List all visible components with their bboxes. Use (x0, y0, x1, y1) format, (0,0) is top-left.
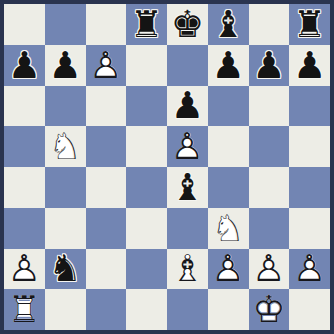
piece-black-pawn-g7[interactable]: ♟ (249, 45, 290, 86)
piece-white-pawn-g2[interactable]: ♟♙ (249, 249, 290, 290)
piece-white-knight-f3[interactable]: ♞♘ (208, 208, 249, 249)
white-pawn-outline-icon: ♙ (167, 126, 208, 167)
white-pawn-outline-icon: ♙ (289, 249, 330, 290)
square-a6[interactable] (4, 86, 45, 127)
square-g2[interactable]: ♟♙ (249, 249, 290, 290)
square-e6[interactable]: ♟ (167, 86, 208, 127)
black-pawn-icon: ♟ (4, 45, 45, 86)
piece-black-pawn-f7[interactable]: ♟ (208, 45, 249, 86)
square-d7[interactable] (126, 45, 167, 86)
square-d3[interactable] (126, 208, 167, 249)
white-knight-outline-icon: ♘ (45, 126, 86, 167)
white-pawn-outline-icon: ♙ (249, 249, 290, 290)
piece-black-bishop-f8[interactable]: ♝ (208, 4, 249, 45)
square-f5[interactable] (208, 126, 249, 167)
square-e7[interactable] (167, 45, 208, 86)
square-b1[interactable] (45, 289, 86, 330)
black-pawn-icon: ♟ (45, 45, 86, 86)
black-king-icon: ♚ (167, 4, 208, 45)
square-f4[interactable] (208, 167, 249, 208)
square-d4[interactable] (126, 167, 167, 208)
square-e8[interactable]: ♚ (167, 4, 208, 45)
piece-white-pawn-e5[interactable]: ♟♙ (167, 126, 208, 167)
square-a5[interactable] (4, 126, 45, 167)
square-e4[interactable]: ♝ (167, 167, 208, 208)
square-c4[interactable] (86, 167, 127, 208)
black-bishop-icon: ♝ (208, 4, 249, 45)
square-a8[interactable] (4, 4, 45, 45)
square-g1[interactable]: ♚♔ (249, 289, 290, 330)
black-rook-icon: ♜ (126, 4, 167, 45)
black-bishop-icon: ♝ (167, 167, 208, 208)
square-c2[interactable] (86, 249, 127, 290)
square-e2[interactable]: ♝♗ (167, 249, 208, 290)
square-f1[interactable] (208, 289, 249, 330)
piece-black-bishop-e4[interactable]: ♝ (167, 167, 208, 208)
piece-black-pawn-a7[interactable]: ♟ (4, 45, 45, 86)
square-c3[interactable] (86, 208, 127, 249)
square-d1[interactable] (126, 289, 167, 330)
square-h5[interactable] (289, 126, 330, 167)
square-g7[interactable]: ♟ (249, 45, 290, 86)
piece-black-pawn-e6[interactable]: ♟ (167, 86, 208, 127)
square-h8[interactable]: ♜ (289, 4, 330, 45)
white-pawn-outline-icon: ♙ (4, 249, 45, 290)
square-b5[interactable]: ♞♘ (45, 126, 86, 167)
board-frame: ♜♚♝♜♟♟♟♙♟♟♟♟♞♘♟♙♝♞♘♟♙♞♝♗♟♙♟♙♟♙♜♖♚♔ (0, 0, 334, 334)
white-king-outline-icon: ♔ (249, 289, 290, 330)
square-b3[interactable] (45, 208, 86, 249)
square-d5[interactable] (126, 126, 167, 167)
square-d6[interactable] (126, 86, 167, 127)
square-b8[interactable] (45, 4, 86, 45)
square-f7[interactable]: ♟ (208, 45, 249, 86)
square-c6[interactable] (86, 86, 127, 127)
square-b4[interactable] (45, 167, 86, 208)
white-rook-outline-icon: ♖ (4, 289, 45, 330)
piece-white-rook-a1[interactable]: ♜♖ (4, 289, 45, 330)
square-a2[interactable]: ♟♙ (4, 249, 45, 290)
piece-white-knight-b5[interactable]: ♞♘ (45, 126, 86, 167)
square-g5[interactable] (249, 126, 290, 167)
white-pawn-outline-icon: ♙ (86, 45, 127, 86)
square-a4[interactable] (4, 167, 45, 208)
black-pawn-icon: ♟ (208, 45, 249, 86)
black-rook-icon: ♜ (289, 4, 330, 45)
square-e3[interactable] (167, 208, 208, 249)
piece-white-pawn-c7[interactable]: ♟♙ (86, 45, 127, 86)
piece-black-rook-d8[interactable]: ♜ (126, 4, 167, 45)
square-f8[interactable]: ♝ (208, 4, 249, 45)
square-a1[interactable]: ♜♖ (4, 289, 45, 330)
black-pawn-icon: ♟ (249, 45, 290, 86)
square-b2[interactable]: ♞ (45, 249, 86, 290)
piece-black-knight-b2[interactable]: ♞ (45, 249, 86, 290)
white-bishop-outline-icon: ♗ (167, 249, 208, 290)
black-pawn-icon: ♟ (167, 86, 208, 127)
square-f3[interactable]: ♞♘ (208, 208, 249, 249)
piece-white-pawn-a2[interactable]: ♟♙ (4, 249, 45, 290)
square-f6[interactable] (208, 86, 249, 127)
square-b6[interactable] (45, 86, 86, 127)
square-g6[interactable] (249, 86, 290, 127)
square-e1[interactable] (167, 289, 208, 330)
square-d8[interactable]: ♜ (126, 4, 167, 45)
piece-white-bishop-e2[interactable]: ♝♗ (167, 249, 208, 290)
square-b7[interactable]: ♟ (45, 45, 86, 86)
piece-white-pawn-f2[interactable]: ♟♙ (208, 249, 249, 290)
square-g8[interactable] (249, 4, 290, 45)
square-d2[interactable] (126, 249, 167, 290)
chess-board: ♜♚♝♜♟♟♟♙♟♟♟♟♞♘♟♙♝♞♘♟♙♞♝♗♟♙♟♙♟♙♜♖♚♔ (4, 4, 330, 330)
white-pawn-outline-icon: ♙ (208, 249, 249, 290)
white-knight-outline-icon: ♘ (208, 208, 249, 249)
square-h3[interactable] (289, 208, 330, 249)
piece-white-pawn-h2[interactable]: ♟♙ (289, 249, 330, 290)
piece-black-pawn-h7[interactable]: ♟ (289, 45, 330, 86)
square-h1[interactable] (289, 289, 330, 330)
piece-black-pawn-b7[interactable]: ♟ (45, 45, 86, 86)
square-h2[interactable]: ♟♙ (289, 249, 330, 290)
black-pawn-icon: ♟ (289, 45, 330, 86)
square-a7[interactable]: ♟ (4, 45, 45, 86)
square-c7[interactable]: ♟♙ (86, 45, 127, 86)
square-a3[interactable] (4, 208, 45, 249)
square-f2[interactable]: ♟♙ (208, 249, 249, 290)
square-c5[interactable] (86, 126, 127, 167)
piece-white-king-g1[interactable]: ♚♔ (249, 289, 290, 330)
square-c1[interactable] (86, 289, 127, 330)
square-g4[interactable] (249, 167, 290, 208)
square-e5[interactable]: ♟♙ (167, 126, 208, 167)
square-h7[interactable]: ♟ (289, 45, 330, 86)
square-h6[interactable] (289, 86, 330, 127)
piece-black-rook-h8[interactable]: ♜ (289, 4, 330, 45)
piece-black-king-e8[interactable]: ♚ (167, 4, 208, 45)
square-c8[interactable] (86, 4, 127, 45)
black-knight-icon: ♞ (45, 249, 86, 290)
square-h4[interactable] (289, 167, 330, 208)
square-g3[interactable] (249, 208, 290, 249)
